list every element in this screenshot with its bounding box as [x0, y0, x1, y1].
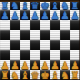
- square-a7[interactable]: ♟: [0, 10, 10, 20]
- square-d7[interactable]: ♟: [30, 10, 40, 20]
- square-f6[interactable]: [50, 20, 60, 30]
- square-b5[interactable]: [10, 30, 20, 40]
- board-frame-right-edge: [79, 0, 80, 80]
- square-a4[interactable]: [0, 40, 10, 50]
- square-b4[interactable]: [10, 40, 20, 50]
- piece-black-pawn[interactable]: ♟: [0, 10, 9, 20]
- board-frame-bottom-edge: [0, 79, 80, 80]
- piece-black-pawn[interactable]: ♟: [10, 10, 19, 20]
- square-g4[interactable]: [60, 40, 70, 50]
- square-a5[interactable]: [0, 30, 10, 40]
- square-e5[interactable]: [40, 30, 50, 40]
- square-f4[interactable]: [50, 40, 60, 50]
- piece-black-pawn[interactable]: ♟: [50, 10, 59, 20]
- square-e6[interactable]: [40, 20, 50, 30]
- piece-black-pawn[interactable]: ♟: [40, 10, 49, 20]
- square-f5[interactable]: [50, 30, 60, 40]
- square-c7[interactable]: ♟: [20, 10, 30, 20]
- square-a6[interactable]: [0, 20, 10, 30]
- piece-black-pawn[interactable]: ♟: [30, 10, 39, 20]
- piece-black-pawn[interactable]: ♟: [60, 10, 69, 20]
- square-c6[interactable]: [20, 20, 30, 30]
- piece-black-pawn[interactable]: ♟: [20, 10, 29, 20]
- square-f7[interactable]: ♟: [50, 10, 60, 20]
- chess-board: ♜♞♝♛♚♝♞♜♟♟♟♟♟♟♟♟♟♟♟♟♟♟♟♟♜♞♝♛♚♝♞♜: [0, 0, 80, 80]
- board-frame-top-edge: [0, 0, 80, 2]
- square-g7[interactable]: ♟: [60, 10, 70, 20]
- square-c5[interactable]: [20, 30, 30, 40]
- square-g6[interactable]: [60, 20, 70, 30]
- square-c4[interactable]: [20, 40, 30, 50]
- square-e4[interactable]: [40, 40, 50, 50]
- square-b6[interactable]: [10, 20, 20, 30]
- square-b7[interactable]: ♟: [10, 10, 20, 20]
- square-d4[interactable]: [30, 40, 40, 50]
- square-d6[interactable]: [30, 20, 40, 30]
- square-d5[interactable]: [30, 30, 40, 40]
- square-e7[interactable]: ♟: [40, 10, 50, 20]
- square-g5[interactable]: [60, 30, 70, 40]
